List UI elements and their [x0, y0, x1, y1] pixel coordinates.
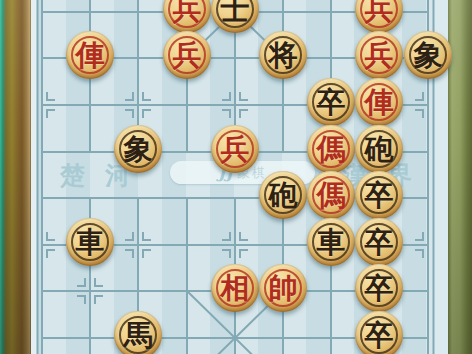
piece-black-elephant[interactable]: 象	[404, 31, 452, 79]
piece-red-soldier[interactable]: 兵	[163, 0, 211, 33]
piece-glyph: 馬	[124, 321, 153, 350]
piece-glyph: 俥	[76, 41, 105, 70]
piece-black-soldier[interactable]: 卒	[355, 171, 403, 219]
piece-red-chariot[interactable]: 俥	[355, 78, 403, 126]
piece-red-chariot[interactable]: 俥	[66, 31, 114, 79]
piece-red-horse[interactable]: 傌	[307, 171, 355, 219]
piece-red-elephant[interactable]: 相	[211, 264, 259, 312]
piece-red-soldier[interactable]: 兵	[163, 31, 211, 79]
piece-glyph: 卒	[365, 181, 394, 210]
piece-glyph: 帥	[269, 274, 298, 303]
piece-black-elephant[interactable]: 象	[114, 125, 162, 173]
piece-red-soldier[interactable]: 兵	[355, 31, 403, 79]
piece-glyph: 卒	[317, 88, 346, 117]
piece-black-chariot[interactable]: 車	[307, 218, 355, 266]
piece-glyph: 卒	[365, 274, 394, 303]
piece-glyph: 兵	[173, 0, 202, 24]
piece-glyph: 兵	[365, 41, 394, 70]
pieces-layer: 兵士兵俥兵将兵象卒俥象兵傌砲砲傌卒車車卒相帥卒馬卒	[0, 0, 472, 354]
piece-red-soldier[interactable]: 兵	[355, 0, 403, 33]
piece-black-horse[interactable]: 馬	[114, 311, 162, 354]
piece-black-advisor[interactable]: 士	[211, 0, 259, 33]
piece-glyph: 象	[124, 135, 153, 164]
piece-glyph: 兵	[173, 41, 202, 70]
piece-glyph: 砲	[365, 135, 394, 164]
piece-glyph: 相	[221, 274, 250, 303]
piece-glyph: 車	[317, 228, 346, 257]
piece-black-soldier[interactable]: 卒	[355, 218, 403, 266]
piece-glyph: 象	[414, 41, 443, 70]
piece-black-soldier[interactable]: 卒	[307, 78, 355, 126]
piece-red-general[interactable]: 帥	[259, 264, 307, 312]
piece-black-cannon[interactable]: 砲	[355, 125, 403, 173]
piece-glyph: 士	[221, 0, 250, 24]
piece-black-cannon[interactable]: 砲	[259, 171, 307, 219]
piece-glyph: 傌	[317, 181, 346, 210]
piece-glyph: 俥	[365, 88, 394, 117]
piece-black-soldier[interactable]: 卒	[355, 264, 403, 312]
piece-glyph: 車	[76, 228, 105, 257]
piece-black-chariot[interactable]: 車	[66, 218, 114, 266]
piece-glyph: 砲	[269, 181, 298, 210]
piece-black-soldier[interactable]: 卒	[355, 311, 403, 354]
piece-red-soldier[interactable]: 兵	[211, 125, 259, 173]
piece-black-general[interactable]: 将	[259, 31, 307, 79]
piece-glyph: 将	[269, 41, 298, 70]
piece-red-horse[interactable]: 傌	[307, 125, 355, 173]
piece-glyph: 兵	[365, 0, 394, 24]
xiangqi-game-screen: 楚河 漢界 JJ 象棋 兵士兵俥兵将兵象卒俥象兵傌砲砲傌卒車車卒相帥卒馬卒	[0, 0, 472, 354]
piece-glyph: 兵	[221, 135, 250, 164]
piece-glyph: 卒	[365, 321, 394, 350]
piece-glyph: 卒	[365, 228, 394, 257]
piece-glyph: 傌	[317, 135, 346, 164]
